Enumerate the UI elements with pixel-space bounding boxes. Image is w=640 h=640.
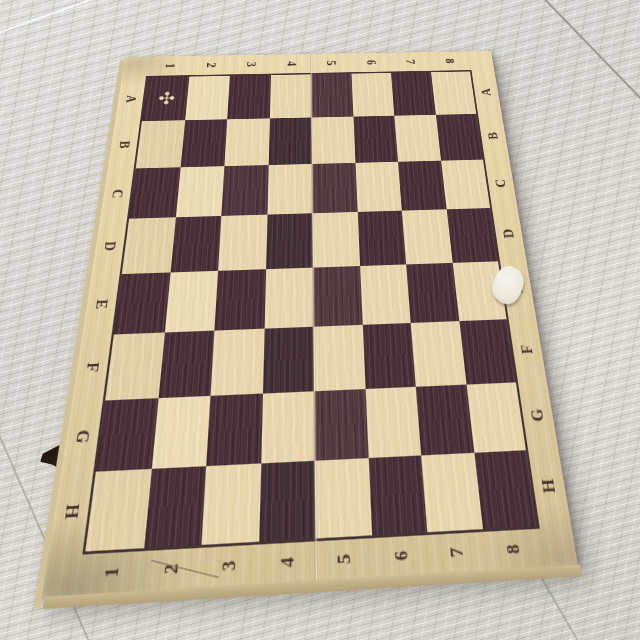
square-d6 xyxy=(357,211,406,266)
square-f7 xyxy=(411,321,466,386)
square-f4 xyxy=(262,326,314,393)
square-f6 xyxy=(362,323,415,389)
coord-label-left-g: G xyxy=(46,418,119,455)
coord-label-bottom-3: 3 xyxy=(210,531,247,601)
square-c7 xyxy=(398,160,446,211)
coord-label-bottom-6: 6 xyxy=(383,522,420,591)
coord-label-right-h: H xyxy=(514,467,585,506)
coord-label-right-f: F xyxy=(495,333,560,365)
square-g6 xyxy=(365,386,421,458)
coord-label-top-5: 5 xyxy=(319,47,343,80)
square-b2 xyxy=(180,119,227,167)
square-g2 xyxy=(151,395,210,469)
square-c4 xyxy=(267,164,312,215)
coord-label-bottom-4: 4 xyxy=(270,528,304,598)
square-a5 xyxy=(311,74,353,118)
square-e6 xyxy=(360,264,411,324)
coord-label-right-c: C xyxy=(473,171,530,195)
square-g4 xyxy=(261,391,315,464)
coord-label-left-d: D xyxy=(78,233,141,261)
coord-label-right-d: D xyxy=(479,221,538,248)
square-b4 xyxy=(268,117,312,164)
square-b5 xyxy=(311,116,355,163)
square-d7 xyxy=(402,210,452,265)
square-d5 xyxy=(312,212,359,267)
coord-label-bottom-5: 5 xyxy=(327,525,362,594)
square-e5 xyxy=(313,266,362,326)
square-a3 xyxy=(227,75,270,119)
coord-label-right-a: A xyxy=(460,82,513,103)
square-g3 xyxy=(206,393,262,467)
square-e2 xyxy=(164,271,218,332)
square-b3 xyxy=(224,118,269,166)
square-d4 xyxy=(266,213,313,269)
coord-label-bottom-7: 7 xyxy=(438,519,477,587)
square-a7 xyxy=(391,72,435,115)
square-b7 xyxy=(394,115,440,162)
square-c3 xyxy=(221,165,268,217)
coord-label-top-3: 3 xyxy=(238,48,263,81)
square-f2 xyxy=(158,330,214,397)
square-f5 xyxy=(313,325,365,391)
floor-seam-4 xyxy=(0,0,92,38)
square-d3 xyxy=(218,215,267,271)
chess-board: 12345678 12345678 ABCDEFGH ABCDEFGH ✣ xyxy=(42,51,578,597)
coord-label-top-2: 2 xyxy=(197,49,223,82)
square-d2 xyxy=(170,216,221,272)
square-g5 xyxy=(314,388,368,461)
square-f3 xyxy=(210,328,264,395)
coord-label-top-6: 6 xyxy=(358,46,383,79)
coord-label-right-b: B xyxy=(466,125,521,147)
square-e4 xyxy=(264,268,313,329)
square-b6 xyxy=(353,115,398,162)
coord-label-top-1: 1 xyxy=(156,49,183,83)
coord-label-left-h: H xyxy=(33,492,110,533)
square-e7 xyxy=(406,263,459,323)
coord-label-left-e: E xyxy=(68,289,134,319)
square-c2 xyxy=(175,166,224,218)
coord-label-top-4: 4 xyxy=(279,47,303,80)
coord-label-left-b: B xyxy=(95,133,153,156)
coord-label-right-g: G xyxy=(504,397,572,432)
knight-stamp-icon: ✣ xyxy=(138,80,193,116)
coord-label-left-f: F xyxy=(57,351,126,384)
square-c6 xyxy=(355,161,402,212)
coord-label-top-7: 7 xyxy=(397,46,423,79)
square-e3 xyxy=(214,269,265,330)
floor-seam-1 xyxy=(530,0,640,108)
square-g7 xyxy=(416,384,474,456)
coord-label-top-8: 8 xyxy=(436,45,463,78)
square-c5 xyxy=(312,162,357,213)
square-a6 xyxy=(351,73,394,116)
square-a4 xyxy=(269,74,311,118)
coord-label-left-c: C xyxy=(87,181,147,206)
